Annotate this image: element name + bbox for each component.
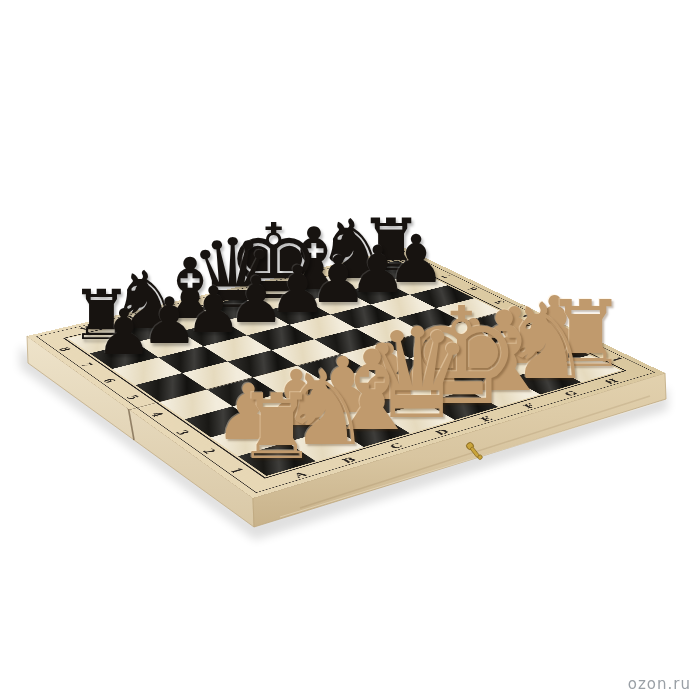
- watermark: ozon.ru: [628, 675, 691, 693]
- squares-grid: [68, 261, 621, 476]
- brass-latch-icon: [465, 441, 483, 461]
- chess-board: AA88BB77CC66DD55EE44FF33GG22HH11: [27, 248, 665, 498]
- product-photo: AA88BB77CC66DD55EE44FF33GG22HH11 ♜♞♝♛♚♝♞…: [0, 0, 700, 700]
